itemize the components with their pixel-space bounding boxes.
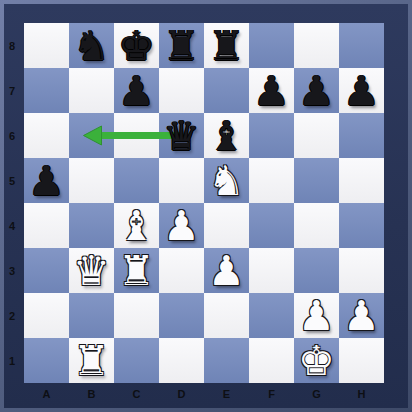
pieces-layer: ♞♚♜♜♟♟♟♟♛♝♟♞♝♟♛♜♟♟♟♜♚ [24,23,384,383]
piece-white-pawn-h2[interactable]: ♟ [339,293,384,338]
file-label-e: E [204,383,249,405]
piece-black-pawn-c7[interactable]: ♟ [114,68,159,113]
file-label-h: H [339,383,384,405]
piece-black-queen-d6[interactable]: ♛ [159,113,204,158]
piece-black-bishop-e6[interactable]: ♝ [204,113,249,158]
rank-label-4: 4 [0,203,24,248]
file-label-f: F [249,383,294,405]
piece-white-pawn-d4[interactable]: ♟ [159,203,204,248]
piece-white-pawn-e3[interactable]: ♟ [204,248,249,293]
file-label-c: C [114,383,159,405]
piece-black-pawn-g7[interactable]: ♟ [294,68,339,113]
piece-white-pawn-g2[interactable]: ♟ [294,293,339,338]
piece-white-bishop-c4[interactable]: ♝ [114,203,159,248]
rank-label-3: 3 [0,248,24,293]
file-label-a: A [24,383,69,405]
piece-black-knight-b8[interactable]: ♞ [69,23,114,68]
board: ♞♚♜♜♟♟♟♟♛♝♟♞♝♟♛♜♟♟♟♜♚ [24,23,384,383]
piece-black-rook-d8[interactable]: ♜ [159,23,204,68]
chess-board-widget: 87654321 ABCDEFGH ♞♚♜♜♟♟♟♟♛♝♟♞♝♟♛♜♟♟♟♜♚ [0,0,412,412]
rank-label-5: 5 [0,158,24,203]
rank-label-1: 1 [0,338,24,383]
piece-white-rook-c3[interactable]: ♜ [114,248,159,293]
piece-black-pawn-h7[interactable]: ♟ [339,68,384,113]
rank-label-7: 7 [0,68,24,113]
rank-label-6: 6 [0,113,24,158]
file-label-d: D [159,383,204,405]
piece-black-pawn-a5[interactable]: ♟ [24,158,69,203]
piece-black-king-c8[interactable]: ♚ [114,23,159,68]
piece-white-knight-e5[interactable]: ♞ [204,158,249,203]
piece-black-pawn-f7[interactable]: ♟ [249,68,294,113]
piece-black-rook-e8[interactable]: ♜ [204,23,249,68]
file-label-b: B [69,383,114,405]
piece-white-rook-b1[interactable]: ♜ [69,338,114,383]
rank-label-8: 8 [0,23,24,68]
rank-label-2: 2 [0,293,24,338]
file-label-g: G [294,383,339,405]
piece-white-king-g1[interactable]: ♚ [294,338,339,383]
piece-white-queen-b3[interactable]: ♛ [69,248,114,293]
